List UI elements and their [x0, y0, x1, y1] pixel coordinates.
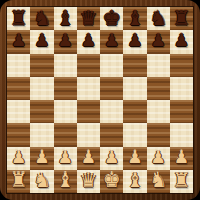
square-b1[interactable]: ♞	[30, 170, 53, 193]
white-pawn[interactable]: ♟	[11, 149, 26, 166]
black-pawn[interactable]: ♟	[104, 32, 119, 49]
square-e5[interactable]	[100, 77, 123, 100]
square-h4[interactable]	[170, 100, 193, 123]
black-knight[interactable]: ♞	[149, 8, 167, 28]
square-c4[interactable]	[54, 100, 77, 123]
square-f8[interactable]: ♝	[123, 7, 146, 30]
square-d7[interactable]: ♟	[77, 30, 100, 53]
square-c7[interactable]: ♟	[54, 30, 77, 53]
square-h5[interactable]	[170, 77, 193, 100]
square-a7[interactable]: ♟	[7, 30, 30, 53]
square-d6[interactable]	[77, 54, 100, 77]
square-h7[interactable]: ♟	[170, 30, 193, 53]
square-a4[interactable]	[7, 100, 30, 123]
square-h8[interactable]: ♜	[170, 7, 193, 30]
square-d5[interactable]	[77, 77, 100, 100]
white-queen[interactable]: ♛	[79, 170, 97, 190]
square-g3[interactable]	[147, 123, 170, 146]
square-b5[interactable]	[30, 77, 53, 100]
white-pawn[interactable]: ♟	[174, 149, 189, 166]
white-pawn[interactable]: ♟	[104, 149, 119, 166]
square-a8[interactable]: ♜	[7, 7, 30, 30]
square-g5[interactable]	[147, 77, 170, 100]
black-knight[interactable]: ♞	[33, 8, 51, 28]
black-pawn[interactable]: ♟	[127, 32, 142, 49]
white-bishop[interactable]: ♝	[126, 170, 144, 190]
square-h2[interactable]: ♟	[170, 147, 193, 170]
square-e8[interactable]: ♚	[100, 7, 123, 30]
square-e1[interactable]: ♚	[100, 170, 123, 193]
black-pawn[interactable]: ♟	[11, 32, 26, 49]
square-d1[interactable]: ♛	[77, 170, 100, 193]
black-pawn[interactable]: ♟	[58, 32, 73, 49]
square-f1[interactable]: ♝	[123, 170, 146, 193]
square-f5[interactable]	[123, 77, 146, 100]
square-h1[interactable]: ♜	[170, 170, 193, 193]
square-b6[interactable]	[30, 54, 53, 77]
square-d4[interactable]	[77, 100, 100, 123]
square-h3[interactable]	[170, 123, 193, 146]
square-c6[interactable]	[54, 54, 77, 77]
square-h6[interactable]	[170, 54, 193, 77]
square-a6[interactable]	[7, 54, 30, 77]
square-e4[interactable]	[100, 100, 123, 123]
chess-board-frame: ♜♞♝♛♚♝♞♜♟♟♟♟♟♟♟♟♟♟♟♟♟♟♟♟♜♞♝♛♚♝♞♜	[0, 0, 200, 200]
square-a3[interactable]	[7, 123, 30, 146]
square-b4[interactable]	[30, 100, 53, 123]
square-a2[interactable]: ♟	[7, 147, 30, 170]
black-pawn[interactable]: ♟	[151, 32, 166, 49]
square-e6[interactable]	[100, 54, 123, 77]
square-g4[interactable]	[147, 100, 170, 123]
square-b3[interactable]	[30, 123, 53, 146]
white-pawn[interactable]: ♟	[127, 149, 142, 166]
square-a5[interactable]	[7, 77, 30, 100]
square-g7[interactable]: ♟	[147, 30, 170, 53]
white-bishop[interactable]: ♝	[56, 170, 74, 190]
square-d8[interactable]: ♛	[77, 7, 100, 30]
black-pawn[interactable]: ♟	[174, 32, 189, 49]
square-b7[interactable]: ♟	[30, 30, 53, 53]
square-e7[interactable]: ♟	[100, 30, 123, 53]
black-pawn[interactable]: ♟	[34, 32, 49, 49]
square-g2[interactable]: ♟	[147, 147, 170, 170]
black-pawn[interactable]: ♟	[81, 32, 96, 49]
white-pawn[interactable]: ♟	[151, 149, 166, 166]
black-bishop[interactable]: ♝	[56, 8, 74, 28]
square-f3[interactable]	[123, 123, 146, 146]
square-g8[interactable]: ♞	[147, 7, 170, 30]
black-queen[interactable]: ♛	[79, 8, 97, 28]
black-rook[interactable]: ♜	[172, 8, 190, 28]
square-g1[interactable]: ♞	[147, 170, 170, 193]
square-e2[interactable]: ♟	[100, 147, 123, 170]
white-knight[interactable]: ♞	[33, 170, 51, 190]
square-f4[interactable]	[123, 100, 146, 123]
square-d3[interactable]	[77, 123, 100, 146]
chess-board: ♜♞♝♛♚♝♞♜♟♟♟♟♟♟♟♟♟♟♟♟♟♟♟♟♜♞♝♛♚♝♞♜	[7, 7, 193, 193]
square-f7[interactable]: ♟	[123, 30, 146, 53]
square-c2[interactable]: ♟	[54, 147, 77, 170]
square-c5[interactable]	[54, 77, 77, 100]
square-a1[interactable]: ♜	[7, 170, 30, 193]
square-f2[interactable]: ♟	[123, 147, 146, 170]
square-c8[interactable]: ♝	[54, 7, 77, 30]
black-king[interactable]: ♚	[103, 8, 121, 28]
white-pawn[interactable]: ♟	[58, 149, 73, 166]
square-f6[interactable]	[123, 54, 146, 77]
white-pawn[interactable]: ♟	[81, 149, 96, 166]
white-king[interactable]: ♚	[103, 170, 121, 190]
white-pawn[interactable]: ♟	[34, 149, 49, 166]
square-d2[interactable]: ♟	[77, 147, 100, 170]
square-b2[interactable]: ♟	[30, 147, 53, 170]
square-c1[interactable]: ♝	[54, 170, 77, 193]
black-rook[interactable]: ♜	[10, 8, 28, 28]
square-b8[interactable]: ♞	[30, 7, 53, 30]
square-e3[interactable]	[100, 123, 123, 146]
black-bishop[interactable]: ♝	[126, 8, 144, 28]
square-g6[interactable]	[147, 54, 170, 77]
square-c3[interactable]	[54, 123, 77, 146]
white-knight[interactable]: ♞	[149, 170, 167, 190]
white-rook[interactable]: ♜	[10, 170, 28, 190]
white-rook[interactable]: ♜	[172, 170, 190, 190]
